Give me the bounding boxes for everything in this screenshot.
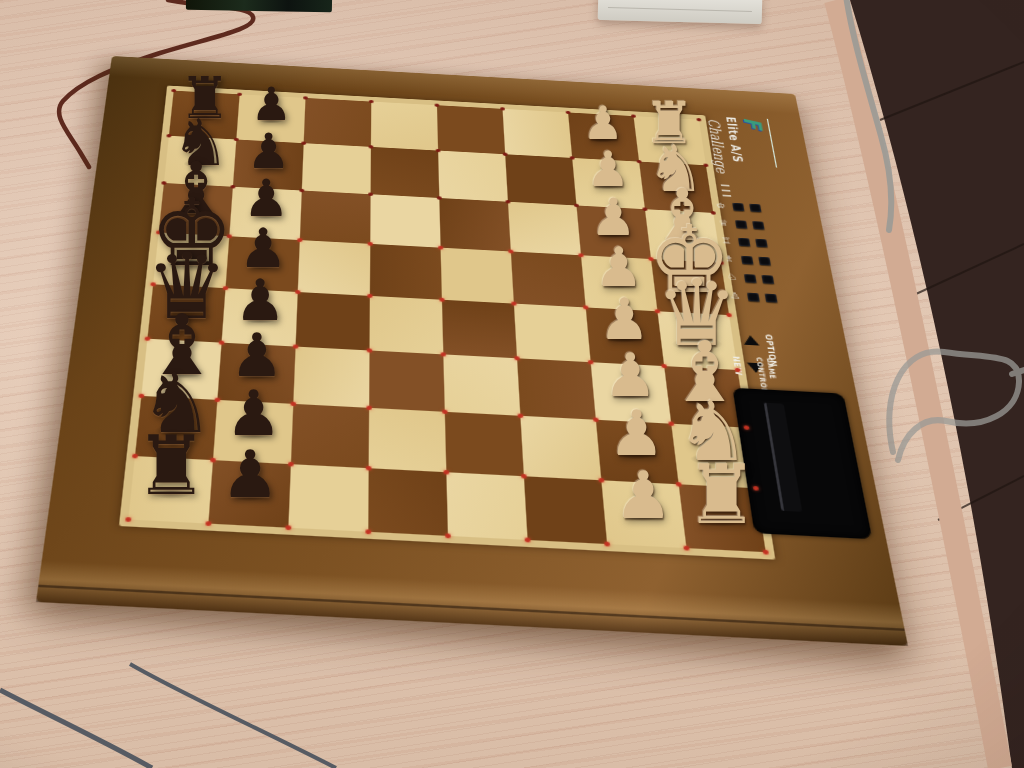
piece-a2-white-pawn[interactable]: ♟ <box>614 463 673 529</box>
piece-a7-black-pawn[interactable]: ♟ <box>221 442 280 508</box>
photo-scene: F Elite A/S Challenge ♔♕♖♗♘♙ OPTION NEW … <box>0 0 1024 768</box>
piece-a1-white-rook[interactable]: ♜ <box>685 454 758 536</box>
pieces-layer: ♜♟♟♜♞♟♟♞♝♟♟♝♚♟♟♚♛♟♟♛♝♟♟♝♞♟♟♞♜♟♟♜ <box>0 0 1024 768</box>
piece-a8-black-rook[interactable]: ♜ <box>134 425 207 507</box>
piece-h2-white-pawn[interactable]: ♟ <box>583 101 624 147</box>
